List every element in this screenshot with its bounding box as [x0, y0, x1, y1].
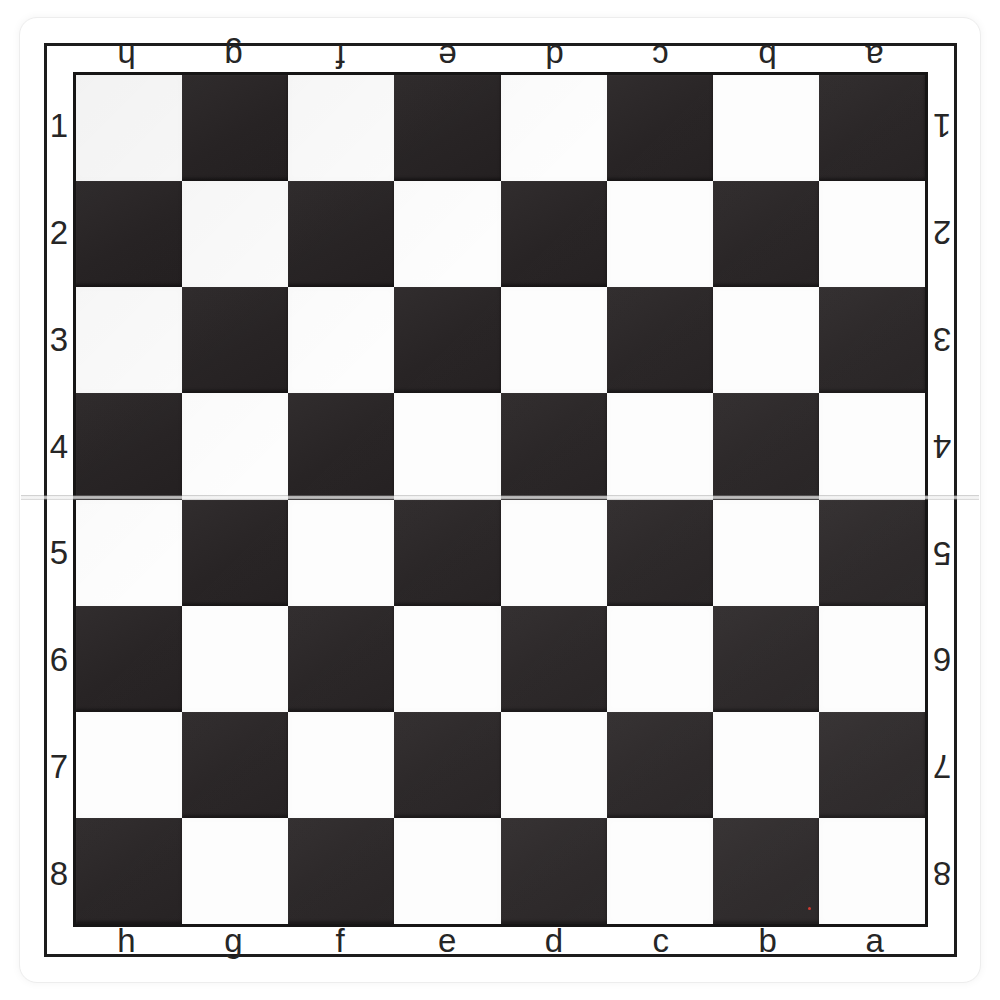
square-a7[interactable] — [819, 712, 925, 818]
rank-label-right-3: 3 — [927, 286, 957, 393]
square-h3[interactable] — [76, 287, 182, 393]
file-labels-bottom: h g f e d c b a — [73, 923, 928, 957]
rank-label-left-8: 8 — [44, 820, 74, 927]
rank-label-right-8: 8 — [927, 820, 957, 927]
rank-label-left-7: 7 — [44, 713, 74, 820]
square-g6[interactable] — [182, 606, 288, 712]
square-f8[interactable] — [288, 818, 394, 924]
square-b3[interactable] — [713, 287, 819, 393]
rank-label-right-4: 4 — [927, 393, 957, 500]
square-g1[interactable] — [182, 75, 288, 181]
board-photo: h g f e d c b a h g f e d c b a 1 2 3 4 … — [0, 0, 1000, 1000]
square-e3[interactable] — [394, 287, 500, 393]
file-label-bottom-c: c — [607, 923, 714, 957]
file-label-bottom-d: d — [501, 923, 608, 957]
file-label-top-f: f — [287, 40, 394, 74]
square-h8[interactable] — [76, 818, 182, 924]
square-b6[interactable] — [713, 606, 819, 712]
square-g2[interactable] — [182, 181, 288, 287]
square-e8[interactable] — [394, 818, 500, 924]
square-b8[interactable] — [713, 818, 819, 924]
square-d2[interactable] — [501, 181, 607, 287]
square-c5[interactable] — [607, 500, 713, 606]
rank-label-left-1: 1 — [44, 72, 74, 179]
square-c3[interactable] — [607, 287, 713, 393]
file-label-bottom-g: g — [180, 923, 287, 957]
square-b1[interactable] — [713, 75, 819, 181]
square-a5[interactable] — [819, 500, 925, 606]
rank-label-right-2: 2 — [927, 179, 957, 286]
rank-label-right-7: 7 — [927, 713, 957, 820]
rank-label-right-1: 1 — [927, 72, 957, 179]
file-label-bottom-h: h — [73, 923, 180, 957]
square-g5[interactable] — [182, 500, 288, 606]
square-c4[interactable] — [607, 393, 713, 499]
square-g4[interactable] — [182, 393, 288, 499]
square-e5[interactable] — [394, 500, 500, 606]
file-label-top-g: g — [180, 40, 287, 74]
square-f6[interactable] — [288, 606, 394, 712]
rank-label-left-4: 4 — [44, 393, 74, 500]
grid-border-line — [73, 72, 928, 927]
square-a1[interactable] — [819, 75, 925, 181]
square-e2[interactable] — [394, 181, 500, 287]
file-label-top-c: c — [607, 40, 714, 74]
square-h2[interactable] — [76, 181, 182, 287]
square-f1[interactable] — [288, 75, 394, 181]
square-h7[interactable] — [76, 712, 182, 818]
square-c7[interactable] — [607, 712, 713, 818]
square-c8[interactable] — [607, 818, 713, 924]
square-c2[interactable] — [607, 181, 713, 287]
square-b4[interactable] — [713, 393, 819, 499]
square-h1[interactable] — [76, 75, 182, 181]
file-labels-top: h g f e d c b a — [73, 40, 928, 74]
square-f5[interactable] — [288, 500, 394, 606]
file-label-top-a: a — [821, 40, 928, 74]
rank-label-right-5: 5 — [927, 500, 957, 607]
square-c1[interactable] — [607, 75, 713, 181]
file-label-top-b: b — [714, 40, 821, 74]
square-h6[interactable] — [76, 606, 182, 712]
square-a4[interactable] — [819, 393, 925, 499]
square-g7[interactable] — [182, 712, 288, 818]
square-a2[interactable] — [819, 181, 925, 287]
board-grid — [76, 75, 925, 924]
square-e6[interactable] — [394, 606, 500, 712]
square-d1[interactable] — [501, 75, 607, 181]
square-e1[interactable] — [394, 75, 500, 181]
rank-label-left-5: 5 — [44, 500, 74, 607]
square-g8[interactable] — [182, 818, 288, 924]
rank-labels-left: 1 2 3 4 5 6 7 8 — [44, 72, 74, 927]
square-f3[interactable] — [288, 287, 394, 393]
square-c6[interactable] — [607, 606, 713, 712]
square-a6[interactable] — [819, 606, 925, 712]
file-label-top-e: e — [394, 40, 501, 74]
square-b5[interactable] — [713, 500, 819, 606]
square-f2[interactable] — [288, 181, 394, 287]
file-label-bottom-b: b — [714, 923, 821, 957]
file-label-top-d: d — [501, 40, 608, 74]
square-a8[interactable] — [819, 818, 925, 924]
file-label-top-h: h — [73, 40, 180, 74]
square-d5[interactable] — [501, 500, 607, 606]
square-g3[interactable] — [182, 287, 288, 393]
square-h4[interactable] — [76, 393, 182, 499]
rank-labels-right: 1 2 3 4 5 6 7 8 — [927, 72, 957, 927]
rank-label-left-6: 6 — [44, 606, 74, 713]
square-f4[interactable] — [288, 393, 394, 499]
square-b7[interactable] — [713, 712, 819, 818]
square-d6[interactable] — [501, 606, 607, 712]
square-h5[interactable] — [76, 500, 182, 606]
square-d4[interactable] — [501, 393, 607, 499]
file-label-bottom-a: a — [821, 923, 928, 957]
square-b2[interactable] — [713, 181, 819, 287]
rank-label-left-3: 3 — [44, 286, 74, 393]
square-e4[interactable] — [394, 393, 500, 499]
rank-label-left-2: 2 — [44, 179, 74, 286]
file-label-bottom-e: e — [394, 923, 501, 957]
square-d3[interactable] — [501, 287, 607, 393]
file-label-bottom-f: f — [287, 923, 394, 957]
square-a3[interactable] — [819, 287, 925, 393]
square-e7[interactable] — [394, 712, 500, 818]
square-d7[interactable] — [501, 712, 607, 818]
rank-label-right-6: 6 — [927, 606, 957, 713]
square-f7[interactable] — [288, 712, 394, 818]
square-d8[interactable] — [501, 818, 607, 924]
